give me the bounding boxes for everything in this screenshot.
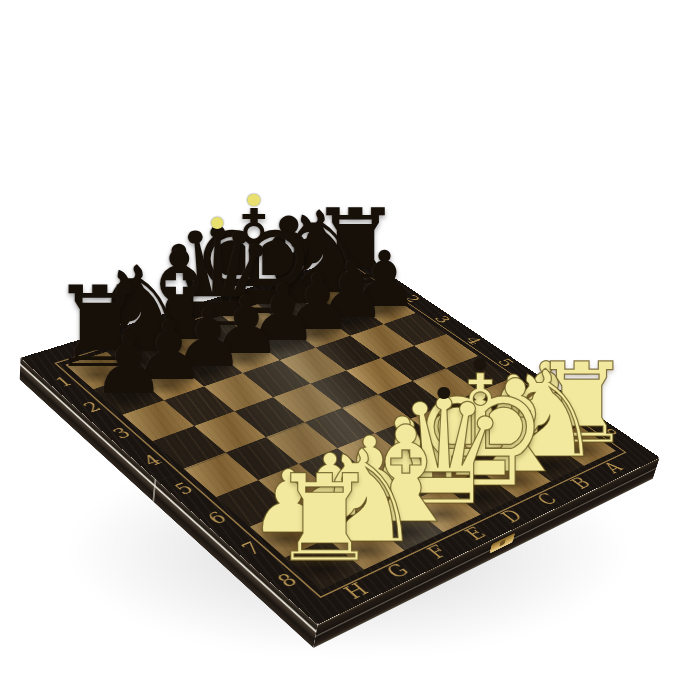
square-G6 <box>258 464 332 509</box>
square-G4 <box>194 411 266 452</box>
square-E6 <box>337 433 408 475</box>
square-G7 <box>292 492 368 539</box>
square-F4 <box>234 397 304 437</box>
square-H6 <box>216 480 292 527</box>
square-H2 <box>93 376 164 415</box>
square-D6 <box>375 419 445 460</box>
square-F6 <box>299 448 372 491</box>
board-scene: 1122334455667788HGFEDCBA <box>77 143 607 673</box>
square-E5 <box>305 408 375 448</box>
square-F5 <box>266 422 338 464</box>
square-E7 <box>371 459 444 503</box>
square-G3 <box>164 386 234 426</box>
square-G5 <box>226 437 299 480</box>
square-D8 <box>444 470 516 514</box>
square-G8 <box>327 521 404 570</box>
square-F7 <box>333 475 407 520</box>
square-D7 <box>409 444 480 486</box>
square-H4 <box>152 426 225 469</box>
